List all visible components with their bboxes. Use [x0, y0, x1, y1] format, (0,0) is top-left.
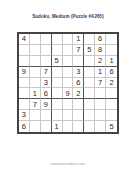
grid-cell-r1c8: 6 [95, 34, 106, 45]
grid-cell-r6c4 [52, 88, 63, 99]
grid-cell-r6c8 [95, 88, 106, 99]
grid-cell-r4c2 [30, 67, 41, 78]
grid-cell-r5c4 [52, 78, 63, 89]
grid-cell-r7c3: 9 [41, 99, 52, 110]
grid-cell-r2c1 [19, 45, 30, 56]
grid-cell-r1c6: 1 [73, 34, 84, 45]
grid-cell-r9c4: 1 [52, 121, 63, 132]
grid-cell-r5c9: 2 [106, 78, 117, 89]
grid-cell-r1c4 [52, 34, 63, 45]
grid-cell-r9c8 [95, 121, 106, 132]
grid-cell-r2c8: 8 [95, 45, 106, 56]
grid-cell-r6c2: 1 [30, 88, 41, 99]
grid-cell-r2c5 [63, 45, 74, 56]
grid-cell-r9c3 [41, 121, 52, 132]
grid-cell-r7c9 [106, 99, 117, 110]
grid-cell-r8c1: 3 [19, 110, 30, 121]
grid-cell-r4c9: 6 [106, 67, 117, 78]
sudoku-page: Sudoku, Medium (Puzzle #A265) 4167585219… [0, 0, 136, 176]
grid-cell-r9c6 [73, 121, 84, 132]
grid-cell-r5c1 [19, 78, 30, 89]
grid-cell-r3c3 [41, 56, 52, 67]
grid-cell-r4c4 [52, 67, 63, 78]
grid-cell-r6c5: 9 [63, 88, 74, 99]
sudoku-grid: 4167585219731636721692793615 [17, 32, 119, 134]
grid-cell-r7c4 [52, 99, 63, 110]
grid-cell-r3c2 [30, 56, 41, 67]
grid-cell-r5c7 [84, 78, 95, 89]
grid-cell-r8c7 [84, 110, 95, 121]
grid-cell-r2c6: 7 [73, 45, 84, 56]
grid-cell-r1c5 [63, 34, 74, 45]
grid-cell-r5c5 [63, 78, 74, 89]
grid-cell-r1c1: 4 [19, 34, 30, 45]
grid-cell-r8c6 [73, 110, 84, 121]
grid-cell-r8c2 [30, 110, 41, 121]
grid-cell-r7c7 [84, 99, 95, 110]
grid-cell-r3c1 [19, 56, 30, 67]
grid-cell-r6c7 [84, 88, 95, 99]
grid-cell-r8c9 [106, 110, 117, 121]
grid-cell-r4c6: 3 [73, 67, 84, 78]
grid-cell-r3c4: 5 [52, 56, 63, 67]
grid-cell-r3c9: 1 [106, 56, 117, 67]
grid-cell-r3c7 [84, 56, 95, 67]
grid-cell-r7c8 [95, 99, 106, 110]
grid-cell-r3c6 [73, 56, 84, 67]
grid-cell-r5c3: 3 [41, 78, 52, 89]
grid-cell-r4c3: 7 [41, 67, 52, 78]
grid-cell-r7c2: 7 [30, 99, 41, 110]
grid-cell-r9c9: 5 [106, 121, 117, 132]
grid-cell-r4c7 [84, 67, 95, 78]
grid-cell-r1c7 [84, 34, 95, 45]
grid-cell-r6c1 [19, 88, 30, 99]
grid-cell-r9c7 [84, 121, 95, 132]
grid-cell-r3c5 [63, 56, 74, 67]
grid-cell-r5c2 [30, 78, 41, 89]
puzzle-title: Sudoku, Medium (Puzzle #A265) [0, 13, 136, 21]
grid-cell-r5c8: 7 [95, 78, 106, 89]
grid-cell-r1c9 [106, 34, 117, 45]
grid-cell-r8c5 [63, 110, 74, 121]
grid-cell-r8c4 [52, 110, 63, 121]
grid-cell-r2c2 [30, 45, 41, 56]
grid-cell-r6c6: 2 [73, 88, 84, 99]
grid-cell-r9c2 [30, 121, 41, 132]
grid-cell-r4c8: 1 [95, 67, 106, 78]
grid-cell-r8c8 [95, 110, 106, 121]
grid-cell-r2c9 [106, 45, 117, 56]
grid-cell-r2c7: 5 [84, 45, 95, 56]
grid-cell-r4c5 [63, 67, 74, 78]
grid-cell-r9c5 [63, 121, 74, 132]
grid-cell-r5c6: 6 [73, 78, 84, 89]
grid-cell-r6c9 [106, 88, 117, 99]
grid-cell-r7c6 [73, 99, 84, 110]
grid-cell-r6c3: 6 [41, 88, 52, 99]
grid-cell-r1c3 [41, 34, 52, 45]
footer-url: www.printsudoku.com [0, 161, 136, 167]
grid-cell-r7c1 [19, 99, 30, 110]
grid-cell-r4c1: 9 [19, 67, 30, 78]
grid-cell-r8c3 [41, 110, 52, 121]
grid-cell-r1c2 [30, 34, 41, 45]
grid-cell-r2c4 [52, 45, 63, 56]
grid-cell-r2c3 [41, 45, 52, 56]
grid-cell-r7c5 [63, 99, 74, 110]
grid-cell-r9c1: 6 [19, 121, 30, 132]
grid-cell-r3c8: 2 [95, 56, 106, 67]
